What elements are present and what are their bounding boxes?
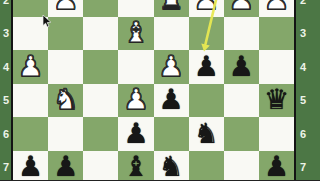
square-g3[interactable] (48, 17, 83, 51)
square-e7[interactable]: ♝ (118, 151, 153, 181)
square-h2[interactable] (13, 0, 48, 17)
piece-white-bishop-e3[interactable]: ♝ (123, 19, 148, 47)
square-d3[interactable] (154, 17, 189, 51)
square-f4[interactable] (83, 50, 118, 84)
square-h4[interactable]: ♟ (13, 50, 48, 84)
piece-white-pawn-b2[interactable]: ♟ (229, 0, 254, 14)
square-c7[interactable] (189, 151, 224, 181)
square-f5[interactable] (83, 84, 118, 118)
square-f7[interactable] (83, 151, 118, 181)
piece-white-knight-g5[interactable]: ♞ (53, 86, 78, 114)
rank-label-left-4: 4 (0, 60, 12, 74)
square-d4[interactable]: ♟ (154, 50, 189, 84)
square-b4[interactable]: ♟ (224, 50, 259, 84)
piece-white-pawn-c2[interactable]: ♟ (194, 0, 219, 14)
square-c2[interactable]: ♟ (189, 0, 224, 17)
square-a2[interactable]: ♟ (259, 0, 294, 17)
square-b3[interactable] (224, 17, 259, 51)
square-g4[interactable] (48, 50, 83, 84)
square-g6[interactable] (48, 117, 83, 151)
rank-label-left-2: 2 (0, 0, 12, 7)
square-e4[interactable] (118, 50, 153, 84)
chess-board-screenshot: ♟♜♟♟♟♝♟♟♟♟♞♟♟♛♟♞♟♟♝♞♟ 223344556677 (0, 0, 320, 180)
piece-white-pawn-g2[interactable]: ♟ (53, 0, 78, 14)
square-b2[interactable]: ♟ (224, 0, 259, 17)
rank-label-right-3: 3 (300, 26, 316, 40)
square-b6[interactable] (224, 117, 259, 151)
square-a4[interactable] (259, 50, 294, 84)
piece-white-rook-d2[interactable]: ♜ (159, 0, 184, 14)
square-c6[interactable]: ♞ (189, 117, 224, 151)
square-c3[interactable] (189, 17, 224, 51)
square-a6[interactable] (259, 117, 294, 151)
piece-black-knight-d7[interactable]: ♞ (159, 153, 184, 180)
square-c4[interactable]: ♟ (189, 50, 224, 84)
piece-black-pawn-a7[interactable]: ♟ (264, 153, 289, 180)
rank-label-left-3: 3 (0, 26, 12, 40)
square-g5[interactable]: ♞ (48, 84, 83, 118)
piece-white-pawn-e5[interactable]: ♟ (123, 86, 148, 114)
piece-black-queen-a5[interactable]: ♛ (264, 86, 289, 114)
square-b5[interactable] (224, 84, 259, 118)
rank-label-right-7: 7 (300, 160, 316, 174)
piece-white-pawn-a2[interactable]: ♟ (264, 0, 289, 14)
piece-black-pawn-h7[interactable]: ♟ (18, 153, 43, 180)
chess-board: ♟♜♟♟♟♝♟♟♟♟♞♟♟♛♟♞♟♟♝♞♟ (13, 0, 294, 180)
piece-black-pawn-g7[interactable]: ♟ (53, 153, 78, 180)
piece-black-pawn-e6[interactable]: ♟ (123, 120, 148, 148)
square-g7[interactable]: ♟ (48, 151, 83, 181)
square-a5[interactable]: ♛ (259, 84, 294, 118)
square-b7[interactable] (224, 151, 259, 181)
piece-black-pawn-b4[interactable]: ♟ (229, 53, 254, 81)
square-d6[interactable] (154, 117, 189, 151)
rank-label-left-5: 5 (0, 93, 12, 107)
square-e3[interactable]: ♝ (118, 17, 153, 51)
rank-label-right-5: 5 (300, 93, 316, 107)
square-h6[interactable] (13, 117, 48, 151)
square-d2[interactable]: ♜ (154, 0, 189, 17)
square-d5[interactable]: ♟ (154, 84, 189, 118)
rank-label-right-2: 2 (300, 0, 316, 7)
square-f6[interactable] (83, 117, 118, 151)
square-a3[interactable] (259, 17, 294, 51)
piece-black-pawn-d5[interactable]: ♟ (159, 86, 184, 114)
square-a7[interactable]: ♟ (259, 151, 294, 181)
board-right-edge-line (294, 0, 296, 180)
square-e6[interactable]: ♟ (118, 117, 153, 151)
square-h3[interactable] (13, 17, 48, 51)
square-h7[interactable]: ♟ (13, 151, 48, 181)
square-g2[interactable]: ♟ (48, 0, 83, 17)
piece-black-pawn-c4[interactable]: ♟ (194, 53, 219, 81)
piece-white-pawn-h4[interactable]: ♟ (18, 53, 43, 81)
square-f3[interactable] (83, 17, 118, 51)
piece-black-knight-c6[interactable]: ♞ (194, 120, 219, 148)
square-c5[interactable] (189, 84, 224, 118)
square-f2[interactable] (83, 0, 118, 17)
piece-white-pawn-d4[interactable]: ♟ (159, 53, 184, 81)
rank-label-right-6: 6 (300, 127, 316, 141)
rank-label-left-6: 6 (0, 127, 12, 141)
rank-label-left-7: 7 (0, 160, 12, 174)
square-d7[interactable]: ♞ (154, 151, 189, 181)
rank-label-right-4: 4 (300, 60, 316, 74)
square-e2[interactable] (118, 0, 153, 17)
square-e5[interactable]: ♟ (118, 84, 153, 118)
square-h5[interactable] (13, 84, 48, 118)
piece-black-bishop-e7[interactable]: ♝ (123, 153, 148, 180)
